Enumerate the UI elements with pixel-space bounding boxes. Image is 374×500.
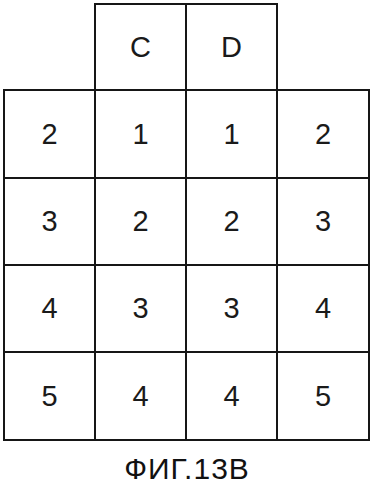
- grid-cell-r3c3: 4: [277, 265, 369, 352]
- grid-cell-r3c1: 3: [95, 265, 186, 352]
- figure-page: C D 2 1 1 2 3 2 2 3 4 3 3 4 5 4 4 5 ФИГ.…: [0, 0, 374, 500]
- grid-corner-blank: [277, 4, 369, 90]
- grid-cell-r1c0: 2: [4, 90, 95, 178]
- header-cell-d: D: [186, 4, 277, 90]
- header-cell-c: C: [95, 4, 186, 90]
- grid-cell-r2c2: 2: [186, 178, 277, 265]
- grid-cell-r2c1: 2: [95, 178, 186, 265]
- grid-cell-r2c3: 3: [277, 178, 369, 265]
- grid-cell-r1c1: 1: [95, 90, 186, 178]
- grid-cell-r3c0: 4: [4, 265, 95, 352]
- grid-cell-r2c0: 3: [4, 178, 95, 265]
- puzzle-grid: C D 2 1 1 2 3 2 2 3 4 3 3 4 5 4 4 5: [4, 4, 369, 440]
- grid-cell-r1c2: 1: [186, 90, 277, 178]
- grid-cell-r4c1: 4: [95, 352, 186, 440]
- grid-cell-r3c2: 3: [186, 265, 277, 352]
- grid-cell-r4c3: 5: [277, 352, 369, 440]
- grid-cell-r1c3: 2: [277, 90, 369, 178]
- grid-cell-r4c2: 4: [186, 352, 277, 440]
- grid-cell-r4c0: 5: [4, 352, 95, 440]
- figure-caption: ФИГ.13В: [0, 452, 374, 486]
- grid-corner-blank: [4, 4, 95, 90]
